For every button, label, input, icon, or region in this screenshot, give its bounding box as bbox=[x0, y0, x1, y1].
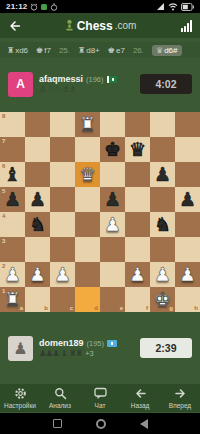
move-san: xd6 bbox=[15, 46, 28, 55]
file-label: f bbox=[146, 305, 148, 311]
square-f6[interactable] bbox=[125, 162, 150, 187]
white-rook: ♜ bbox=[0, 287, 25, 312]
square-f7[interactable]: ♛ bbox=[125, 137, 150, 162]
black-pawn: ♟ bbox=[175, 187, 200, 212]
move-list: ♜xd6♚f725.♜d8+♚e726.♛d6# bbox=[0, 42, 200, 58]
square-a3[interactable]: 3 bbox=[0, 237, 25, 262]
move-san: e7 bbox=[116, 46, 125, 55]
move-piece-icon: ♚ bbox=[36, 46, 43, 55]
square-f3[interactable] bbox=[125, 237, 150, 262]
black-pawn: ♟ bbox=[150, 162, 175, 187]
back-move-button[interactable]: Назад bbox=[120, 384, 160, 412]
flag-icon bbox=[107, 340, 117, 347]
square-d7[interactable] bbox=[75, 137, 100, 162]
toolbar-label: Настройки bbox=[4, 402, 36, 409]
white-rook: ♜ bbox=[75, 112, 100, 137]
square-f4[interactable] bbox=[125, 212, 150, 237]
material-score: +3 bbox=[85, 349, 94, 358]
board[interactable]: 8♜7♚♛6♝♛♟5♟♟♟♟4♞♟♞32♟♟♟♟♟♟1a♜bcdefg♚h bbox=[0, 112, 200, 312]
square-c4[interactable] bbox=[50, 212, 75, 237]
pawn-logo-icon bbox=[64, 19, 75, 32]
white-queen: ♛ bbox=[75, 162, 100, 187]
file-label: d bbox=[94, 305, 98, 311]
square-d4[interactable] bbox=[75, 212, 100, 237]
square-e4[interactable]: ♟ bbox=[100, 212, 125, 237]
player-name[interactable]: afaqmessi bbox=[39, 74, 83, 84]
move[interactable]: ♜xd6 bbox=[7, 46, 28, 55]
black-bishop: ♝ bbox=[0, 162, 25, 187]
square-b2[interactable]: ♟ bbox=[25, 262, 50, 287]
square-b8[interactable] bbox=[25, 112, 50, 137]
black-knight: ♞ bbox=[25, 212, 50, 237]
analysis-button[interactable]: Анализ bbox=[40, 384, 80, 412]
square-g6[interactable]: ♟ bbox=[150, 162, 175, 187]
status-bar: 21:12 bbox=[0, 0, 200, 13]
square-b6[interactable] bbox=[25, 162, 50, 187]
square-d5[interactable] bbox=[75, 187, 100, 212]
avatar[interactable]: ♟ bbox=[8, 336, 33, 361]
recents-icon[interactable] bbox=[53, 419, 62, 428]
move-number: 25. bbox=[59, 46, 70, 55]
file-label: e bbox=[120, 305, 123, 311]
square-f2[interactable]: ♟ bbox=[125, 262, 150, 287]
square-f8[interactable] bbox=[125, 112, 150, 137]
move-piece-icon: ♜ bbox=[7, 46, 14, 55]
square-c5[interactable] bbox=[50, 187, 75, 212]
white-pawn: ♟ bbox=[150, 262, 175, 287]
square-g8[interactable] bbox=[150, 112, 175, 137]
player-name[interactable]: domen189 bbox=[39, 338, 84, 348]
square-e6[interactable] bbox=[100, 162, 125, 187]
white-pawn: ♟ bbox=[50, 262, 75, 287]
toolbar-label: Вперед bbox=[169, 402, 191, 409]
square-h1[interactable]: h bbox=[175, 287, 200, 312]
square-d1[interactable]: d bbox=[75, 287, 100, 312]
settings-button[interactable]: Настройки bbox=[0, 384, 40, 412]
black-pawn: ♟ bbox=[0, 187, 25, 212]
white-pawn: ♟ bbox=[100, 212, 125, 237]
timer-icon bbox=[50, 3, 58, 11]
square-c1[interactable]: c bbox=[50, 287, 75, 312]
square-h5[interactable]: ♟ bbox=[175, 187, 200, 212]
square-d3[interactable] bbox=[75, 237, 100, 262]
square-g3[interactable] bbox=[150, 237, 175, 262]
square-b4[interactable]: ♞ bbox=[25, 212, 50, 237]
square-c3[interactable] bbox=[50, 237, 75, 262]
move-piece-icon: ♜ bbox=[78, 46, 85, 55]
move-san: d6# bbox=[164, 46, 177, 55]
square-h8[interactable] bbox=[175, 112, 200, 137]
chesscom-logo: Chess.com bbox=[0, 19, 200, 33]
home-icon[interactable] bbox=[96, 419, 106, 429]
player-rating: (196) bbox=[86, 75, 104, 84]
square-b7[interactable] bbox=[25, 137, 50, 162]
app-indicator-icon bbox=[41, 4, 47, 10]
square-f5[interactable] bbox=[125, 187, 150, 212]
clock-top: 4:02 bbox=[140, 74, 192, 94]
square-h4[interactable] bbox=[175, 212, 200, 237]
battery-icon bbox=[181, 3, 194, 11]
arrow-left-icon bbox=[134, 387, 147, 400]
square-c8[interactable] bbox=[50, 112, 75, 137]
logo-text-com: .com bbox=[115, 20, 137, 31]
game-toolbar: Настройки Анализ Чат Назад bbox=[0, 384, 200, 412]
square-d2[interactable] bbox=[75, 262, 100, 287]
square-g2[interactable]: ♟ bbox=[150, 262, 175, 287]
move[interactable]: ♚e7 bbox=[108, 46, 125, 55]
rank-label: 8 bbox=[2, 113, 5, 119]
alarm-icon bbox=[30, 3, 38, 11]
player-rating: (195) bbox=[87, 339, 105, 348]
back-arrow-icon[interactable] bbox=[8, 19, 22, 33]
square-c7[interactable] bbox=[50, 137, 75, 162]
white-pawn: ♟ bbox=[125, 262, 150, 287]
wifi-icon bbox=[168, 2, 178, 11]
square-f1[interactable]: f bbox=[125, 287, 150, 312]
square-h6[interactable] bbox=[175, 162, 200, 187]
avatar[interactable]: A bbox=[8, 72, 33, 97]
chat-bubble-icon bbox=[94, 387, 107, 400]
player-bottom: ♟ domen189 (195) ♟♟♟ ♝ ♜♜ +3 2:39 bbox=[0, 334, 200, 362]
chess-app: 21:12 bbox=[0, 0, 200, 434]
square-b1[interactable]: b bbox=[25, 287, 50, 312]
square-g5[interactable] bbox=[150, 187, 175, 212]
square-e7[interactable]: ♚ bbox=[100, 137, 125, 162]
square-c6[interactable] bbox=[50, 162, 75, 187]
move-number: 26. bbox=[133, 46, 144, 55]
square-h7[interactable] bbox=[175, 137, 200, 162]
white-pawn: ♟ bbox=[25, 262, 50, 287]
move-piece-icon: ♚ bbox=[108, 46, 115, 55]
gear-icon bbox=[14, 387, 27, 400]
square-a2[interactable]: 2♟ bbox=[0, 262, 25, 287]
black-pawn: ♟ bbox=[100, 187, 125, 212]
move-san: d8+ bbox=[86, 46, 100, 55]
player-top: A afaqmessi (196) ♙ ♘♘ ♗♗ 4:02 bbox=[0, 68, 200, 100]
header: Chess.com bbox=[0, 13, 200, 38]
signal-icon bbox=[156, 2, 165, 11]
square-e5[interactable]: ♟ bbox=[100, 187, 125, 212]
square-b3[interactable] bbox=[25, 237, 50, 262]
square-e3[interactable] bbox=[100, 237, 125, 262]
file-label: c bbox=[70, 305, 73, 311]
file-label: b bbox=[44, 305, 48, 311]
square-e8[interactable] bbox=[100, 112, 125, 137]
status-time: 21:12 bbox=[6, 2, 27, 11]
square-a8[interactable]: 8 bbox=[0, 112, 25, 137]
black-king: ♚ bbox=[100, 137, 125, 162]
square-a7[interactable]: 7 bbox=[0, 137, 25, 162]
move[interactable]: ♜d8+ bbox=[78, 46, 100, 55]
magnifier-icon bbox=[54, 387, 67, 400]
square-e2[interactable] bbox=[100, 262, 125, 287]
toolbar-label: Анализ bbox=[49, 402, 71, 409]
toolbar-label: Чат bbox=[95, 402, 106, 409]
arrow-right-icon bbox=[174, 387, 187, 400]
square-a4[interactable]: 4 bbox=[0, 212, 25, 237]
black-pawn: ♟ bbox=[25, 187, 50, 212]
connection-bars-icon bbox=[181, 20, 192, 32]
flag-icon bbox=[107, 76, 117, 83]
rank-label: 7 bbox=[2, 138, 5, 144]
move-san: f7 bbox=[44, 46, 51, 55]
logo-text: Chess bbox=[77, 19, 113, 33]
square-c2[interactable]: ♟ bbox=[50, 262, 75, 287]
forward-move-button[interactable]: Вперед bbox=[160, 384, 200, 412]
android-back-icon[interactable] bbox=[140, 419, 148, 429]
square-d6[interactable]: ♛ bbox=[75, 162, 100, 187]
current-move[interactable]: ♛d6# bbox=[152, 45, 182, 56]
captured-pieces: ♙ ♘♘ ♗♗ bbox=[39, 85, 76, 94]
black-knight: ♞ bbox=[150, 212, 175, 237]
white-king: ♚ bbox=[150, 287, 175, 312]
square-g1[interactable]: g♚ bbox=[150, 287, 175, 312]
android-nav-bar bbox=[0, 413, 200, 434]
square-h3[interactable] bbox=[175, 237, 200, 262]
move-piece-icon: ♛ bbox=[156, 46, 163, 55]
move[interactable]: ♚f7 bbox=[36, 46, 51, 55]
square-h2[interactable]: ♟ bbox=[175, 262, 200, 287]
square-a5[interactable]: 5♟ bbox=[0, 187, 25, 212]
square-b5[interactable]: ♟ bbox=[25, 187, 50, 212]
square-g4[interactable]: ♞ bbox=[150, 212, 175, 237]
captured-pieces: ♟♟♟ ♝ ♜♜ bbox=[39, 349, 82, 358]
file-label: h bbox=[194, 305, 198, 311]
toolbar-label: Назад bbox=[131, 402, 150, 409]
rank-label: 4 bbox=[2, 213, 5, 219]
chat-button[interactable]: Чат bbox=[80, 384, 120, 412]
square-a6[interactable]: 6♝ bbox=[0, 162, 25, 187]
square-a1[interactable]: 1a♜ bbox=[0, 287, 25, 312]
white-pawn: ♟ bbox=[175, 262, 200, 287]
clock-bottom: 2:39 bbox=[140, 338, 192, 358]
rank-label: 3 bbox=[2, 238, 5, 244]
white-pawn: ♟ bbox=[0, 262, 25, 287]
square-g7[interactable] bbox=[150, 137, 175, 162]
square-e1[interactable]: e bbox=[100, 287, 125, 312]
square-d8[interactable]: ♜ bbox=[75, 112, 100, 137]
black-queen: ♛ bbox=[125, 137, 150, 162]
